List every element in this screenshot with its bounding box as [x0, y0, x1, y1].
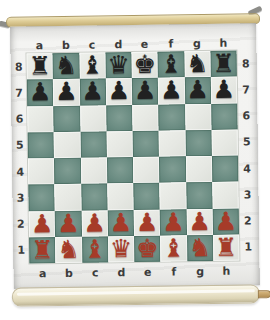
file-label-bottom-g: g — [187, 262, 213, 280]
square-a2: ♟ — [29, 211, 56, 238]
piece-red-pawn: ♟ — [188, 209, 211, 235]
piece-black-pawn: ♟ — [108, 78, 131, 104]
square-g8: ♞ — [184, 51, 211, 78]
square-c5 — [80, 131, 107, 158]
piece-red-pawn: ♟ — [31, 211, 54, 237]
square-h3 — [212, 182, 239, 209]
square-f2: ♟ — [160, 209, 187, 236]
square-a4 — [28, 158, 55, 185]
piece-red-pawn: ♟ — [162, 209, 185, 235]
square-e1: ♚ — [134, 235, 161, 262]
chess-board: ♜♞♝♛♚♝♞♜♟♟♟♟♟♟♟♟♟♟♟♟♟♟♟♟♜♞♝♛♚♝♞♜ — [25, 50, 240, 265]
square-c3 — [81, 184, 108, 211]
rank-label-right-5: 5 — [238, 129, 256, 155]
square-f7: ♟ — [158, 78, 185, 105]
square-c7: ♟ — [79, 79, 106, 106]
rank-label-right-6: 6 — [237, 103, 255, 129]
piece-red-knight: ♞ — [57, 237, 80, 263]
vinyl-banner: abcdefgh 87654321 ♜♞♝♛♚♝♞♜♟♟♟♟♟♟♟♟♟♟♟♟♟♟… — [10, 23, 260, 288]
square-a6 — [27, 106, 54, 133]
piece-black-pawn: ♟ — [134, 78, 157, 104]
file-label-bottom-d: d — [108, 263, 134, 281]
rank-label-left-2: 2 — [13, 211, 29, 237]
piece-red-king: ♚ — [136, 236, 159, 262]
square-b6 — [53, 105, 80, 132]
file-label-bottom-c: c — [82, 263, 108, 281]
rank-label-left-1: 1 — [13, 237, 29, 263]
square-f6 — [158, 104, 185, 131]
square-f4 — [159, 156, 186, 183]
square-b4 — [54, 158, 81, 185]
square-d7: ♟ — [106, 78, 133, 105]
piece-red-queen: ♛ — [110, 236, 133, 262]
square-g3 — [186, 182, 213, 209]
square-d3 — [107, 183, 134, 210]
square-f8: ♝ — [158, 51, 185, 78]
rank-label-right-7: 7 — [237, 77, 255, 103]
piece-red-pawn: ♟ — [136, 209, 159, 235]
piece-red-rook: ♜ — [31, 237, 54, 263]
square-e8: ♚ — [131, 52, 158, 79]
file-label-bottom-h: h — [213, 262, 239, 280]
file-labels-bottom: abcdefgh — [29, 262, 239, 283]
square-d5 — [106, 131, 133, 158]
square-b7: ♟ — [53, 79, 80, 106]
piece-red-rook: ♜ — [215, 234, 238, 260]
square-h6 — [211, 103, 238, 130]
piece-black-knight: ♞ — [55, 53, 78, 79]
square-b3 — [55, 184, 82, 211]
file-label-top-e: e — [131, 36, 157, 52]
piece-black-pawn: ♟ — [160, 78, 183, 104]
bottom-dowel-tip — [258, 290, 270, 298]
square-b8: ♞ — [53, 53, 80, 80]
square-c1: ♝ — [82, 236, 109, 263]
piece-red-knight: ♞ — [188, 235, 211, 261]
piece-black-pawn: ♟ — [81, 79, 104, 105]
rank-label-right-3: 3 — [238, 182, 256, 208]
square-d1: ♛ — [108, 236, 135, 263]
file-label-bottom-a: a — [29, 264, 55, 282]
piece-black-knight: ♞ — [186, 51, 209, 77]
file-label-top-b: b — [53, 37, 79, 53]
square-f5 — [159, 130, 186, 157]
square-c6 — [80, 105, 107, 132]
square-h7: ♟ — [211, 77, 238, 104]
square-h8: ♜ — [210, 51, 237, 78]
bottom-roll — [12, 284, 260, 306]
file-label-top-a: a — [26, 37, 52, 53]
square-a8: ♜ — [27, 53, 54, 80]
square-e3 — [133, 183, 160, 210]
square-d8: ♛ — [105, 52, 132, 79]
square-e4 — [133, 157, 160, 184]
square-f1: ♝ — [160, 235, 187, 262]
rank-label-left-6: 6 — [11, 106, 27, 132]
square-h1: ♜ — [213, 234, 240, 261]
square-a5 — [28, 132, 55, 159]
piece-black-pawn: ♟ — [55, 79, 78, 105]
rank-label-left-5: 5 — [12, 132, 28, 158]
square-b5 — [54, 132, 81, 159]
square-c2: ♟ — [81, 210, 108, 237]
rank-label-right-4: 4 — [238, 155, 256, 181]
piece-black-rook: ♜ — [28, 53, 51, 79]
square-g7: ♟ — [184, 77, 211, 104]
piece-red-bishop: ♝ — [162, 235, 185, 261]
square-b2: ♟ — [55, 210, 82, 237]
square-c4 — [80, 157, 107, 184]
square-g4 — [185, 156, 212, 183]
square-a3 — [28, 184, 55, 211]
square-d6 — [106, 105, 133, 132]
rank-label-right-8: 8 — [236, 50, 254, 76]
file-label-top-h: h — [210, 35, 236, 51]
square-e6 — [132, 104, 159, 131]
piece-red-pawn: ♟ — [109, 210, 132, 236]
square-e2: ♟ — [134, 209, 161, 236]
square-e5 — [133, 130, 160, 157]
square-g2: ♟ — [186, 208, 213, 235]
file-label-bottom-b: b — [56, 264, 82, 282]
piece-black-pawn: ♟ — [29, 80, 52, 106]
roll-highlight — [17, 289, 255, 295]
piece-black-rook: ♜ — [212, 51, 235, 77]
file-label-top-g: g — [184, 35, 210, 51]
piece-black-queen: ♛ — [107, 52, 130, 78]
piece-black-bishop: ♝ — [160, 51, 183, 77]
square-a7: ♟ — [27, 79, 54, 106]
piece-red-pawn: ♟ — [214, 208, 237, 234]
rank-label-right-1: 1 — [239, 234, 257, 260]
file-label-bottom-f: f — [161, 262, 187, 280]
square-d2: ♟ — [107, 210, 134, 237]
square-h2: ♟ — [212, 208, 239, 235]
file-label-top-f: f — [158, 35, 184, 51]
rank-label-left-4: 4 — [12, 158, 28, 184]
square-b1: ♞ — [55, 237, 82, 264]
square-c8: ♝ — [79, 52, 106, 79]
file-label-bottom-e: e — [134, 263, 160, 281]
file-label-top-c: c — [79, 36, 105, 52]
rank-label-left-8: 8 — [11, 54, 27, 80]
piece-black-king: ♚ — [133, 52, 156, 78]
rank-label-left-7: 7 — [11, 80, 27, 106]
square-g5 — [185, 130, 212, 157]
square-h4 — [212, 156, 239, 183]
square-g6 — [185, 103, 212, 130]
piece-black-bishop: ♝ — [81, 53, 104, 79]
piece-black-pawn: ♟ — [213, 77, 236, 103]
rank-label-right-2: 2 — [239, 208, 257, 234]
rank-label-left-3: 3 — [12, 185, 28, 211]
square-f3 — [160, 183, 187, 210]
piece-red-pawn: ♟ — [57, 210, 80, 236]
rank-labels-right: 87654321 — [236, 50, 257, 260]
square-h5 — [211, 129, 238, 156]
square-d4 — [107, 157, 134, 184]
square-g1: ♞ — [187, 235, 214, 262]
file-label-top-d: d — [105, 36, 131, 52]
square-e7: ♟ — [132, 78, 159, 105]
demo-board-photo: abcdefgh 87654321 ♜♞♝♛♚♝♞♜♟♟♟♟♟♟♟♟♟♟♟♟♟♟… — [0, 0, 270, 320]
piece-red-bishop: ♝ — [83, 236, 106, 262]
piece-black-pawn: ♟ — [186, 77, 209, 103]
board-assembly: abcdefgh 87654321 ♜♞♝♛♚♝♞♜♟♟♟♟♟♟♟♟♟♟♟♟♟♟… — [0, 0, 270, 320]
square-a1: ♜ — [29, 237, 56, 264]
piece-red-pawn: ♟ — [83, 210, 106, 236]
